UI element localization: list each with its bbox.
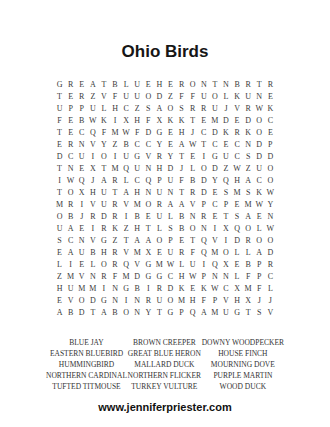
grid-cell-r8c17: W — [232, 162, 243, 174]
grid-cell-r13c9: T — [143, 222, 154, 234]
grid-cell-r18c8: B — [132, 282, 143, 294]
grid-cell-r9c11: U — [165, 174, 176, 186]
grid-cell-r17c16: N — [220, 270, 231, 282]
grid-cell-r9c10: P — [154, 174, 165, 186]
grid-cell-r6c12: A — [176, 138, 187, 150]
word-list-column-2: BROWN CREEPERGREAT BLUE HERONMALLARD DUC… — [127, 337, 202, 392]
grid-cell-r8c16: Z — [220, 162, 231, 174]
grid-cell-r16c1: L — [54, 258, 65, 270]
grid-cell-r11c13: V — [187, 198, 198, 210]
grid-cell-r18c4: M — [87, 282, 98, 294]
grid-cell-r7c16: U — [220, 150, 231, 162]
grid-cell-r20c2: B — [65, 306, 76, 318]
grid-cell-r7c17: C — [232, 150, 243, 162]
word-list: BLUE JAYEASTERN BLUEBIRDHUMMINGBIRDNORTH… — [46, 337, 284, 392]
grid-cell-r5c11: E — [165, 126, 176, 138]
grid-cell-r18c13: E — [187, 282, 198, 294]
grid-cell-r13c16: X — [220, 222, 231, 234]
grid-cell-r13c1: U — [54, 222, 65, 234]
grid-cell-r17c5: R — [98, 270, 109, 282]
grid-cell-r15c16: O — [220, 246, 231, 258]
grid-cell-r2c5: V — [98, 90, 109, 102]
grid-cell-r3c1: U — [54, 102, 65, 114]
grid-cell-r16c3: E — [76, 258, 87, 270]
grid-cell-r18c18: M — [243, 282, 254, 294]
grid-cell-r20c8: N — [132, 306, 143, 318]
grid-cell-r5c3: C — [76, 126, 87, 138]
grid-cell-r18c1: H — [54, 282, 65, 294]
grid-cell-r7c1: D — [54, 150, 65, 162]
grid-cell-r14c3: N — [76, 234, 87, 246]
grid-cell-r1c8: U — [132, 78, 143, 90]
grid-cell-r2c19: N — [254, 90, 265, 102]
grid-cell-r13c18: O — [243, 222, 254, 234]
grid-cell-r10c19: K — [254, 186, 265, 198]
grid-cell-r18c7: G — [121, 282, 132, 294]
grid-cell-r18c12: K — [176, 282, 187, 294]
grid-cell-r11c3: I — [76, 198, 87, 210]
grid-cell-r1c2: R — [65, 78, 76, 90]
grid-cell-r2c6: F — [109, 90, 120, 102]
grid-cell-r18c16: C — [220, 282, 231, 294]
grid-cell-r20c15: M — [209, 306, 220, 318]
grid-cell-r14c10: O — [154, 234, 165, 246]
grid-cell-r18c10: R — [154, 282, 165, 294]
word-item: BLUE JAY — [46, 337, 127, 348]
grid-cell-r19c11: O — [165, 294, 176, 306]
grid-cell-r1c13: O — [187, 78, 198, 90]
grid-cell-r11c16: P — [220, 198, 231, 210]
grid-cell-r15c1: E — [54, 246, 65, 258]
grid-cell-r4c17: E — [232, 114, 243, 126]
grid-cell-r1c11: E — [165, 78, 176, 90]
grid-cell-r14c4: V — [87, 234, 98, 246]
grid-cell-r9c8: C — [132, 174, 143, 186]
grid-cell-r20c19: S — [254, 306, 265, 318]
grid-cell-r12c13: N — [187, 210, 198, 222]
grid-cell-r14c1: S — [54, 234, 65, 246]
grid-cell-r4c18: D — [243, 114, 254, 126]
grid-cell-r14c15: V — [209, 234, 220, 246]
grid-cell-r12c19: E — [254, 210, 265, 222]
grid-cell-r4c19: O — [254, 114, 265, 126]
grid-cell-r10c9: N — [143, 186, 154, 198]
grid-cell-r8c12: J — [176, 162, 187, 174]
grid-cell-r17c1: Z — [54, 270, 65, 282]
grid-cell-r20c5: A — [98, 306, 109, 318]
grid-cell-r3c18: R — [243, 102, 254, 114]
grid-cell-r18c20: L — [265, 282, 276, 294]
grid-cell-r4c1: F — [54, 114, 65, 126]
grid-cell-r17c18: F — [243, 270, 254, 282]
grid-cell-r6c7: B — [121, 138, 132, 150]
grid-cell-r2c14: U — [198, 90, 209, 102]
grid-cell-r1c12: R — [176, 78, 187, 90]
grid-cell-r15c4: B — [87, 246, 98, 258]
grid-cell-r4c14: E — [198, 114, 209, 126]
grid-cell-r14c2: C — [65, 234, 76, 246]
grid-cell-r11c20: Y — [265, 198, 276, 210]
grid-cell-r16c2: I — [65, 258, 76, 270]
grid-cell-r20c13: Q — [187, 306, 198, 318]
grid-cell-r11c12: A — [176, 198, 187, 210]
grid-cell-r8c3: E — [76, 162, 87, 174]
grid-cell-r17c6: F — [109, 270, 120, 282]
grid-cell-r16c17: E — [232, 258, 243, 270]
grid-cell-r18c9: I — [143, 282, 154, 294]
grid-cell-r20c4: T — [87, 306, 98, 318]
grid-cell-r5c14: C — [198, 126, 209, 138]
grid-cell-r2c13: F — [187, 90, 198, 102]
grid-cell-r10c14: D — [198, 186, 209, 198]
grid-cell-r15c9: X — [143, 246, 154, 258]
grid-cell-r16c7: Q — [121, 258, 132, 270]
grid-cell-r10c20: W — [265, 186, 276, 198]
grid-cell-r10c10: U — [154, 186, 165, 198]
grid-cell-r1c3: E — [76, 78, 87, 90]
grid-cell-r8c20: O — [265, 162, 276, 174]
grid-cell-r17c20: C — [265, 270, 276, 282]
grid-cell-r2c17: K — [232, 90, 243, 102]
grid-cell-r12c17: S — [232, 210, 243, 222]
word-item: MALLARD DUCK — [127, 359, 202, 370]
grid-cell-r4c6: I — [109, 114, 120, 126]
grid-cell-r4c2: E — [65, 114, 76, 126]
grid-cell-r6c6: Z — [109, 138, 120, 150]
grid-cell-r17c7: M — [121, 270, 132, 282]
grid-cell-r17c12: H — [176, 270, 187, 282]
word-item: PURPLE MARTIN — [202, 370, 284, 381]
grid-cell-r4c7: X — [121, 114, 132, 126]
grid-cell-r12c8: B — [132, 210, 143, 222]
grid-cell-r6c16: E — [220, 138, 231, 150]
grid-cell-r6c11: E — [165, 138, 176, 150]
grid-cell-r17c15: N — [209, 270, 220, 282]
grid-cell-r19c10: U — [154, 294, 165, 306]
grid-cell-r19c18: X — [243, 294, 254, 306]
grid-cell-r13c6: K — [109, 222, 120, 234]
grid-cell-r3c15: U — [209, 102, 220, 114]
grid-cell-r7c8: G — [132, 150, 143, 162]
grid-cell-r5c8: F — [132, 126, 143, 138]
grid-cell-r10c12: T — [176, 186, 187, 198]
grid-cell-r19c4: D — [87, 294, 98, 306]
grid-cell-r10c7: A — [121, 186, 132, 198]
grid-cell-r6c5: Y — [98, 138, 109, 150]
grid-cell-r19c1: E — [54, 294, 65, 306]
grid-cell-r1c6: B — [109, 78, 120, 90]
grid-cell-r16c4: L — [87, 258, 98, 270]
grid-cell-r11c17: E — [232, 198, 243, 210]
puzzle-page: Ohio Birds GREATBLUEHERONTNBRTRTERZVFUUO… — [0, 0, 330, 427]
grid-cell-r18c14: K — [198, 282, 209, 294]
grid-cell-r17c10: G — [154, 270, 165, 282]
grid-cell-r1c4: A — [87, 78, 98, 90]
grid-cell-r9c2: W — [65, 174, 76, 186]
grid-cell-r1c18: R — [243, 78, 254, 90]
grid-cell-r5c10: G — [154, 126, 165, 138]
grid-cell-r16c13: U — [187, 258, 198, 270]
grid-cell-r19c3: O — [76, 294, 87, 306]
grid-cell-r19c20: J — [265, 294, 276, 306]
grid-cell-r13c5: R — [98, 222, 109, 234]
grid-cell-r16c15: Q — [209, 258, 220, 270]
grid-cell-r1c9: E — [143, 78, 154, 90]
grid-cell-r3c17: V — [232, 102, 243, 114]
grid-cell-r7c18: S — [243, 150, 254, 162]
grid-cell-r3c12: S — [176, 102, 187, 114]
grid-cell-r5c6: M — [109, 126, 120, 138]
grid-cell-r9c6: R — [109, 174, 120, 186]
grid-cell-r15c18: L — [243, 246, 254, 258]
grid-cell-r3c14: R — [198, 102, 209, 114]
grid-cell-r14c11: P — [165, 234, 176, 246]
grid-cell-r11c8: M — [132, 198, 143, 210]
grid-cell-r4c12: K — [176, 114, 187, 126]
grid-cell-r12c11: L — [165, 210, 176, 222]
grid-cell-r18c17: X — [232, 282, 243, 294]
grid-cell-r14c19: O — [254, 234, 265, 246]
grid-cell-r2c4: Z — [87, 90, 98, 102]
grid-cell-r12c10: U — [154, 210, 165, 222]
grid-cell-r17c19: P — [254, 270, 265, 282]
grid-cell-r13c2: A — [65, 222, 76, 234]
grid-cell-r11c7: V — [121, 198, 132, 210]
grid-cell-r11c19: W — [254, 198, 265, 210]
grid-cell-r9c13: B — [187, 174, 198, 186]
grid-cell-r19c2: V — [65, 294, 76, 306]
grid-cell-r2c9: O — [143, 90, 154, 102]
grid-cell-r1c7: L — [121, 78, 132, 90]
grid-cell-r3c6: H — [109, 102, 120, 114]
grid-cell-r13c20: W — [265, 222, 276, 234]
grid-cell-r7c19: D — [254, 150, 265, 162]
grid-cell-r10c1: T — [54, 186, 65, 198]
grid-cell-r19c16: V — [220, 294, 231, 306]
grid-cell-r19c12: M — [176, 294, 187, 306]
grid-cell-r1c17: B — [232, 78, 243, 90]
grid-cell-r16c10: M — [154, 258, 165, 270]
word-item: NORTHERN FLICKER — [127, 370, 202, 381]
grid-cell-r20c9: Y — [143, 306, 154, 318]
grid-cell-r8c8: U — [132, 162, 143, 174]
grid-cell-r14c5: G — [98, 234, 109, 246]
grid-cell-r12c9: E — [143, 210, 154, 222]
grid-cell-r14c13: T — [187, 234, 198, 246]
grid-cell-r4c5: K — [98, 114, 109, 126]
grid-cell-r20c7: O — [121, 306, 132, 318]
grid-cell-r15c11: U — [165, 246, 176, 258]
grid-cell-r13c11: S — [165, 222, 176, 234]
grid-cell-r15c10: E — [154, 246, 165, 258]
grid-cell-r12c18: A — [243, 210, 254, 222]
grid-cell-r16c14: I — [198, 258, 209, 270]
grid-cell-r5c7: W — [121, 126, 132, 138]
grid-cell-r2c3: R — [76, 90, 87, 102]
word-list-column-3: DOWNY WOODPECKERHOUSE FINCHMOURNING DOVE… — [202, 337, 284, 392]
word-item: HUMMINGBIRD — [46, 359, 127, 370]
grid-cell-r2c20: E — [265, 90, 276, 102]
grid-cell-r7c14: I — [198, 150, 209, 162]
grid-cell-r17c14: P — [198, 270, 209, 282]
word-item: GREAT BLUE HERON — [127, 348, 202, 359]
grid-cell-r5c1: T — [54, 126, 65, 138]
grid-cell-r15c7: V — [121, 246, 132, 258]
grid-cell-r6c19: D — [254, 138, 265, 150]
grid-cell-r19c8: N — [132, 294, 143, 306]
grid-cell-r14c7: T — [121, 234, 132, 246]
grid-cell-r13c15: I — [209, 222, 220, 234]
grid-cell-r9c18: A — [243, 174, 254, 186]
grid-cell-r5c20: E — [265, 126, 276, 138]
grid-cell-r18c15: W — [209, 282, 220, 294]
grid-cell-r11c5: U — [98, 198, 109, 210]
grid-cell-r8c11: D — [165, 162, 176, 174]
grid-cell-r17c3: V — [76, 270, 87, 282]
grid-cell-r10c3: X — [76, 186, 87, 198]
grid-cell-r2c12: F — [176, 90, 187, 102]
grid-cell-r16c16: X — [220, 258, 231, 270]
grid-cell-r5c13: J — [187, 126, 198, 138]
grid-cell-r5c4: Q — [87, 126, 98, 138]
word-list-column-1: BLUE JAYEASTERN BLUEBIRDHUMMINGBIRDNORTH… — [46, 337, 127, 392]
grid-cell-r4c9: F — [143, 114, 154, 126]
grid-cell-r4c4: W — [87, 114, 98, 126]
grid-cell-r11c14: P — [198, 198, 209, 210]
grid-cell-r12c3: J — [76, 210, 87, 222]
grid-cell-r10c5: U — [98, 186, 109, 198]
grid-cell-r9c7: L — [121, 174, 132, 186]
grid-cell-r4c15: M — [209, 114, 220, 126]
grid-cell-r15c13: F — [187, 246, 198, 258]
grid-cell-r6c13: W — [187, 138, 198, 150]
grid-cell-r17c9: G — [143, 270, 154, 282]
grid-cell-r19c19: J — [254, 294, 265, 306]
word-item: BROWN CREEPER — [127, 337, 202, 348]
grid-cell-r8c15: D — [209, 162, 220, 174]
grid-cell-r6c1: E — [54, 138, 65, 150]
grid-cell-r4c3: B — [76, 114, 87, 126]
grid-cell-r6c17: C — [232, 138, 243, 150]
grid-cell-r16c6: R — [109, 258, 120, 270]
grid-cell-r17c13: W — [187, 270, 198, 282]
grid-cell-r1c10: H — [154, 78, 165, 90]
grid-cell-r4c11: K — [165, 114, 176, 126]
grid-cell-r9c14: D — [198, 174, 209, 186]
grid-cell-r11c1: M — [54, 198, 65, 210]
grid-cell-r3c7: C — [121, 102, 132, 114]
grid-cell-r9c15: Y — [209, 174, 220, 186]
grid-cell-r19c15: P — [209, 294, 220, 306]
grid-cell-r18c2: U — [65, 282, 76, 294]
word-item: TURKEY VULTURE — [127, 381, 202, 392]
grid-cell-r12c2: B — [65, 210, 76, 222]
grid-cell-r1c15: T — [209, 78, 220, 90]
grid-cell-r8c14: O — [198, 162, 209, 174]
grid-cell-r15c20: D — [265, 246, 276, 258]
grid-cell-r12c7: I — [121, 210, 132, 222]
grid-cell-r15c5: H — [98, 246, 109, 258]
grid-cell-r15c17: L — [232, 246, 243, 258]
grid-cell-r5c5: F — [98, 126, 109, 138]
grid-cell-r6c4: V — [87, 138, 98, 150]
grid-cell-r3c2: P — [65, 102, 76, 114]
grid-cell-r20c16: U — [220, 306, 231, 318]
grid-cell-r20c11: G — [165, 306, 176, 318]
grid-cell-r13c19: L — [254, 222, 265, 234]
grid-cell-r4c10: X — [154, 114, 165, 126]
grid-cell-r10c2: O — [65, 186, 76, 198]
grid-cell-r5c9: D — [143, 126, 154, 138]
grid-cell-r9c4: J — [87, 174, 98, 186]
grid-cell-r11c4: V — [87, 198, 98, 210]
grid-cell-r12c16: T — [220, 210, 231, 222]
grid-cell-r15c2: A — [65, 246, 76, 258]
grid-cell-r15c15: M — [209, 246, 220, 258]
grid-cell-r8c6: M — [109, 162, 120, 174]
grid-cell-r1c16: N — [220, 78, 231, 90]
grid-cell-r5c12: H — [176, 126, 187, 138]
grid-cell-r5c18: K — [243, 126, 254, 138]
grid-cell-r18c11: D — [165, 282, 176, 294]
grid-cell-r17c11: C — [165, 270, 176, 282]
grid-cell-r14c14: Q — [198, 234, 209, 246]
grid-cell-r19c6: N — [109, 294, 120, 306]
grid-cell-r4c8: H — [132, 114, 143, 126]
grid-cell-r12c20: N — [265, 210, 276, 222]
grid-cell-r14c20: O — [265, 234, 276, 246]
grid-cell-r6c20: P — [265, 138, 276, 150]
website-url: www.jenniferpriester.com — [0, 401, 330, 413]
grid-cell-r9c16: Q — [220, 174, 231, 186]
grid-cell-r8c13: L — [187, 162, 198, 174]
grid-cell-r5c2: E — [65, 126, 76, 138]
grid-cell-r14c18: R — [243, 234, 254, 246]
grid-cell-r2c2: E — [65, 90, 76, 102]
word-item: EASTERN BLUEBIRD — [46, 348, 127, 359]
grid-cell-r8c2: N — [65, 162, 76, 174]
grid-cell-r5c17: R — [232, 126, 243, 138]
grid-cell-r12c5: D — [98, 210, 109, 222]
grid-cell-r10c4: H — [87, 186, 98, 198]
grid-cell-r12c12: B — [176, 210, 187, 222]
grid-cell-r12c4: R — [87, 210, 98, 222]
grid-cell-r19c9: R — [143, 294, 154, 306]
grid-cell-r10c16: S — [220, 186, 231, 198]
grid-cell-r3c5: L — [98, 102, 109, 114]
grid-cell-r19c17: H — [232, 294, 243, 306]
grid-cell-r3c16: J — [220, 102, 231, 114]
grid-cell-r13c12: B — [176, 222, 187, 234]
grid-cell-r5c15: D — [209, 126, 220, 138]
grid-cell-r12c6: R — [109, 210, 120, 222]
grid-cell-r7c6: I — [109, 150, 120, 162]
grid-cell-r14c8: A — [132, 234, 143, 246]
grid-cell-r8c5: T — [98, 162, 109, 174]
grid-cell-r9c17: H — [232, 174, 243, 186]
grid-cell-r1c20: R — [265, 78, 276, 90]
grid-cell-r3c10: A — [154, 102, 165, 114]
grid-cell-r16c5: O — [98, 258, 109, 270]
grid-cell-r13c14: N — [198, 222, 209, 234]
grid-cell-r11c2: R — [65, 198, 76, 210]
grid-cell-r3c8: Z — [132, 102, 143, 114]
grid-cell-r6c10: Y — [154, 138, 165, 150]
grid-cell-r20c12: P — [176, 306, 187, 318]
grid-cell-r19c14: F — [198, 294, 209, 306]
grid-cell-r17c8: D — [132, 270, 143, 282]
grid-cell-r8c1: T — [54, 162, 65, 174]
